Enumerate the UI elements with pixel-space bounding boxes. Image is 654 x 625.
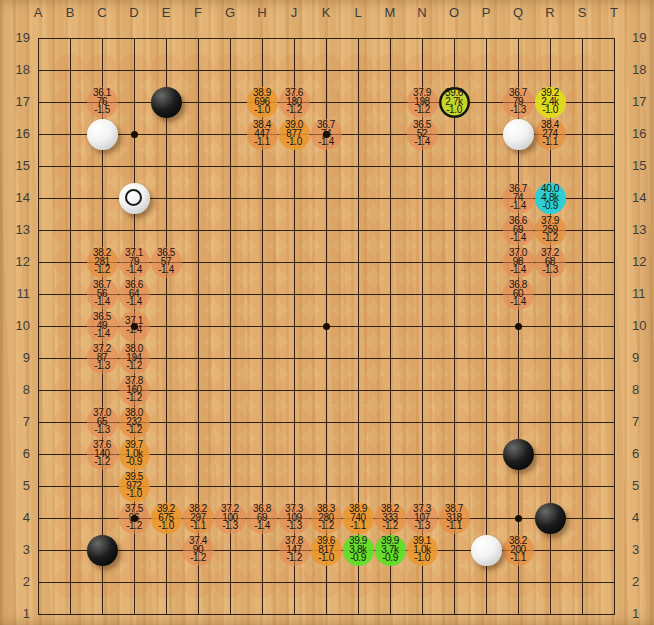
column-label: H bbox=[253, 5, 271, 21]
analysis-move-circle[interactable]: 37.268-1.3 bbox=[535, 247, 566, 278]
analysis-move-circle[interactable]: 39.11.0k-1.0 bbox=[407, 535, 438, 566]
row-label-left: 16 bbox=[6, 126, 30, 142]
analysis-move-circle[interactable]: 39.62.7k-1.0 bbox=[439, 87, 470, 118]
column-label: T bbox=[605, 5, 623, 21]
score-text: -1.0 bbox=[318, 554, 334, 563]
column-label: L bbox=[349, 5, 367, 21]
score-text: -1.1 bbox=[190, 522, 206, 531]
row-label-right: 6 bbox=[632, 446, 654, 462]
analysis-move-circle[interactable]: 36.176-1.5 bbox=[87, 87, 118, 118]
row-label-right: 12 bbox=[632, 254, 654, 270]
analysis-move-circle[interactable]: 37.3107-1.3 bbox=[407, 503, 438, 534]
row-label-right: 15 bbox=[632, 158, 654, 174]
black-stone bbox=[503, 439, 534, 470]
analysis-move-circle[interactable]: 39.5972-1.0 bbox=[119, 471, 150, 502]
column-label: P bbox=[477, 5, 495, 21]
white-stone bbox=[87, 119, 118, 150]
score-text: -0.9 bbox=[126, 458, 142, 467]
column-label: N bbox=[413, 5, 431, 21]
row-label-right: 7 bbox=[632, 414, 654, 430]
row-label-left: 3 bbox=[6, 542, 30, 558]
analysis-move-circle[interactable]: 37.179-1.4 bbox=[119, 247, 150, 278]
row-label-right: 18 bbox=[632, 62, 654, 78]
column-label: A bbox=[29, 5, 47, 21]
analysis-move-circle[interactable]: 37.065-1.3 bbox=[87, 407, 118, 438]
row-label-left: 19 bbox=[6, 30, 30, 46]
row-label-right: 5 bbox=[632, 478, 654, 494]
score-text: -1.2 bbox=[126, 362, 142, 371]
score-text: -1.3 bbox=[222, 522, 238, 531]
row-label-right: 4 bbox=[632, 510, 654, 526]
analysis-move-circle[interactable]: 37.6140-1.2 bbox=[87, 439, 118, 470]
analysis-move-circle[interactable]: 39.93.8k-0.9 bbox=[343, 535, 374, 566]
score-text: -0.9 bbox=[542, 202, 558, 211]
analysis-move-circle[interactable]: 36.869-1.4 bbox=[247, 503, 278, 534]
star-point bbox=[323, 131, 330, 138]
row-label-right: 13 bbox=[632, 222, 654, 238]
analysis-move-circle[interactable]: 39.93.7k-0.9 bbox=[375, 535, 406, 566]
row-label-left: 1 bbox=[6, 606, 30, 622]
row-label-left: 17 bbox=[6, 94, 30, 110]
column-label: D bbox=[125, 5, 143, 21]
grid-line bbox=[614, 38, 615, 615]
score-text: -1.3 bbox=[286, 522, 302, 531]
row-label-right: 19 bbox=[632, 30, 654, 46]
row-label-left: 18 bbox=[6, 62, 30, 78]
analysis-move-circle[interactable]: 38.9740-1.1 bbox=[343, 503, 374, 534]
analysis-move-circle[interactable]: 39.71.0k-0.9 bbox=[119, 439, 150, 470]
analysis-move-circle[interactable]: 38.4274-1.1 bbox=[535, 119, 566, 150]
score-text: -1.3 bbox=[94, 362, 110, 371]
score-text: -1.2 bbox=[414, 106, 430, 115]
column-label: C bbox=[93, 5, 111, 21]
row-label-left: 7 bbox=[6, 414, 30, 430]
white-stone bbox=[471, 535, 502, 566]
score-text: -1.2 bbox=[126, 394, 142, 403]
score-text: -1.4 bbox=[94, 330, 110, 339]
star-point bbox=[131, 515, 138, 522]
row-label-left: 9 bbox=[6, 350, 30, 366]
analysis-move-circle[interactable]: 36.774-1.4 bbox=[503, 183, 534, 214]
analysis-move-circle[interactable]: 37.490-1.2 bbox=[183, 535, 214, 566]
column-label: R bbox=[541, 5, 559, 21]
black-stone bbox=[87, 535, 118, 566]
analysis-move-circle[interactable]: 39.22.4k-1.0 bbox=[535, 87, 566, 118]
analysis-move-circle[interactable]: 37.9259-1.2 bbox=[535, 215, 566, 246]
score-text: -1.2 bbox=[542, 234, 558, 243]
analysis-move-circle[interactable]: 37.8147-1.2 bbox=[279, 535, 310, 566]
star-point bbox=[515, 515, 522, 522]
analysis-move-circle[interactable]: 38.4447-1.1 bbox=[247, 119, 278, 150]
star-point bbox=[323, 323, 330, 330]
analysis-move-circle[interactable]: 37.287-1.3 bbox=[87, 343, 118, 374]
analysis-move-circle[interactable]: 38.2200-1.1 bbox=[503, 535, 534, 566]
row-label-left: 2 bbox=[6, 574, 30, 590]
score-text: -1.4 bbox=[510, 202, 526, 211]
score-text: -1.4 bbox=[510, 266, 526, 275]
score-text: -1.2 bbox=[318, 522, 334, 531]
analysis-move-circle[interactable]: 37.6180-1.2 bbox=[279, 87, 310, 118]
score-text: -1.4 bbox=[94, 298, 110, 307]
row-label-left: 10 bbox=[6, 318, 30, 334]
analysis-move-circle[interactable]: 37.8160-1.2 bbox=[119, 375, 150, 406]
column-label: F bbox=[189, 5, 207, 21]
analysis-move-circle[interactable]: 37.3109-1.3 bbox=[279, 503, 310, 534]
score-text: -1.4 bbox=[318, 138, 334, 147]
score-text: -1.0 bbox=[158, 522, 174, 531]
score-text: -1.2 bbox=[382, 522, 398, 531]
score-text: -1.4 bbox=[126, 266, 142, 275]
analysis-move-circle[interactable]: 37.2100-1.3 bbox=[215, 503, 246, 534]
analysis-move-circle[interactable]: 38.0194-1.2 bbox=[119, 343, 150, 374]
score-text: -0.9 bbox=[350, 554, 366, 563]
grid-line bbox=[582, 38, 583, 615]
analysis-move-circle[interactable]: 40.04.8k-0.9 bbox=[535, 183, 566, 214]
analysis-move-circle[interactable]: 38.0232-1.2 bbox=[119, 407, 150, 438]
star-point bbox=[515, 323, 522, 330]
score-text: -1.4 bbox=[510, 298, 526, 307]
score-text: -1.0 bbox=[414, 554, 430, 563]
score-text: -1.4 bbox=[158, 266, 174, 275]
analysis-move-circle[interactable]: 37.098-1.4 bbox=[503, 247, 534, 278]
row-label-left: 8 bbox=[6, 382, 30, 398]
score-text: -1.2 bbox=[190, 554, 206, 563]
score-text: -1.1 bbox=[510, 554, 526, 563]
score-text: -1.3 bbox=[414, 522, 430, 531]
star-point bbox=[131, 323, 138, 330]
column-label: K bbox=[317, 5, 335, 21]
analysis-move-circle[interactable]: 36.860-1.4 bbox=[503, 279, 534, 310]
analysis-move-circle[interactable]: 38.3280-1.2 bbox=[311, 503, 342, 534]
analysis-move-circle[interactable]: 36.664-1.4 bbox=[119, 279, 150, 310]
column-label: E bbox=[157, 5, 175, 21]
analysis-move-circle[interactable]: 38.2297-1.1 bbox=[183, 503, 214, 534]
score-text: -1.3 bbox=[94, 426, 110, 435]
row-label-right: 3 bbox=[632, 542, 654, 558]
row-label-left: 6 bbox=[6, 446, 30, 462]
score-text: -1.3 bbox=[510, 106, 526, 115]
score-text: -1.0 bbox=[286, 138, 302, 147]
row-label-right: 16 bbox=[632, 126, 654, 142]
score-text: -0.9 bbox=[382, 554, 398, 563]
row-label-left: 4 bbox=[6, 510, 30, 526]
row-label-left: 5 bbox=[6, 478, 30, 494]
last-move-marker bbox=[125, 189, 142, 206]
analysis-move-circle[interactable]: 39.6817-1.0 bbox=[311, 535, 342, 566]
row-label-left: 13 bbox=[6, 222, 30, 238]
grid-line bbox=[486, 38, 487, 615]
white-stone bbox=[503, 119, 534, 150]
score-text: -1.4 bbox=[254, 522, 270, 531]
column-label: O bbox=[445, 5, 463, 21]
analysis-move-circle[interactable]: 38.9696-1.0 bbox=[247, 87, 278, 118]
go-board[interactable]: ABCDEFGHJKLMNOPQRST191918181717161615151… bbox=[0, 0, 654, 625]
grid-line bbox=[38, 614, 615, 615]
row-label-right: 10 bbox=[632, 318, 654, 334]
analysis-move-circle[interactable]: 36.756-1.4 bbox=[87, 279, 118, 310]
analysis-move-circle[interactable]: 36.669-1.4 bbox=[503, 215, 534, 246]
score-text: -1.0 bbox=[446, 106, 462, 115]
column-label: S bbox=[573, 5, 591, 21]
score-text: -1.2 bbox=[94, 266, 110, 275]
score-text: -1.2 bbox=[94, 458, 110, 467]
score-text: -1.4 bbox=[510, 234, 526, 243]
column-label: M bbox=[381, 5, 399, 21]
column-label: Q bbox=[509, 5, 527, 21]
row-label-right: 2 bbox=[632, 574, 654, 590]
score-text: -1.2 bbox=[126, 522, 142, 531]
score-text: -1.0 bbox=[126, 490, 142, 499]
analysis-move-circle[interactable]: 37.9198-1.2 bbox=[407, 87, 438, 118]
star-point bbox=[131, 131, 138, 138]
score-text: -1.1 bbox=[350, 522, 366, 531]
row-label-left: 14 bbox=[6, 190, 30, 206]
score-text: -1.2 bbox=[286, 106, 302, 115]
row-label-right: 8 bbox=[632, 382, 654, 398]
score-text: -1.1 bbox=[446, 522, 462, 531]
score-text: -1.2 bbox=[286, 554, 302, 563]
analysis-move-circle[interactable]: 38.2333-1.2 bbox=[375, 503, 406, 534]
score-text: -1.2 bbox=[126, 426, 142, 435]
row-label-right: 9 bbox=[632, 350, 654, 366]
row-label-right: 11 bbox=[632, 286, 654, 302]
row-label-right: 1 bbox=[632, 606, 654, 622]
score-text: -1.1 bbox=[542, 138, 558, 147]
score-text: -1.0 bbox=[254, 106, 270, 115]
score-text: -1.4 bbox=[126, 298, 142, 307]
column-label: J bbox=[285, 5, 303, 21]
row-label-left: 15 bbox=[6, 158, 30, 174]
column-label: G bbox=[221, 5, 239, 21]
score-text: -1.1 bbox=[254, 138, 270, 147]
score-text: -1.0 bbox=[542, 106, 558, 115]
analysis-move-circle[interactable]: 36.779-1.3 bbox=[503, 87, 534, 118]
score-text: -1.5 bbox=[94, 106, 110, 115]
analysis-move-circle[interactable]: 39.2675-1.0 bbox=[151, 503, 182, 534]
black-stone bbox=[535, 503, 566, 534]
analysis-move-circle[interactable]: 36.557-1.4 bbox=[151, 247, 182, 278]
black-stone bbox=[151, 87, 182, 118]
analysis-move-circle[interactable]: 38.7318-1.1 bbox=[439, 503, 470, 534]
row-label-left: 11 bbox=[6, 286, 30, 302]
grid-line bbox=[38, 582, 615, 583]
score-text: -1.4 bbox=[414, 138, 430, 147]
row-label-right: 17 bbox=[632, 94, 654, 110]
analysis-move-circle[interactable]: 36.549-1.4 bbox=[87, 311, 118, 342]
white-stone bbox=[119, 183, 150, 214]
score-text: -1.3 bbox=[542, 266, 558, 275]
row-label-left: 12 bbox=[6, 254, 30, 270]
analysis-move-circle[interactable]: 36.552-1.4 bbox=[407, 119, 438, 150]
row-label-right: 14 bbox=[632, 190, 654, 206]
column-label: B bbox=[61, 5, 79, 21]
analysis-move-circle[interactable]: 38.2281-1.2 bbox=[87, 247, 118, 278]
analysis-move-circle[interactable]: 39.0877-1.0 bbox=[279, 119, 310, 150]
